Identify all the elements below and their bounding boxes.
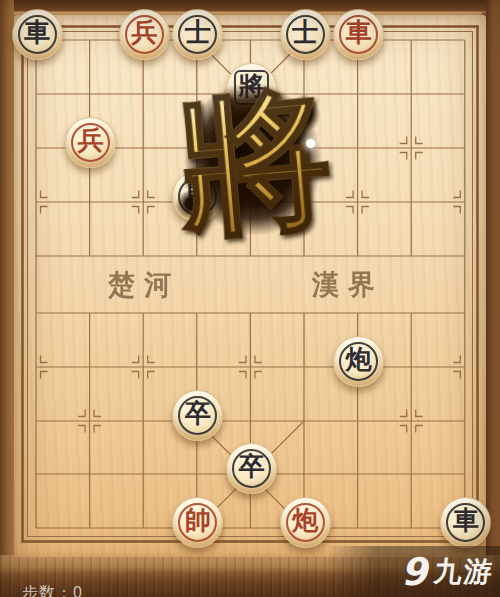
piece-black-卒[interactable]: 卒 <box>172 390 223 441</box>
watermark-label: 九游 <box>433 558 496 586</box>
piece-black-士[interactable]: 士 <box>280 9 331 60</box>
piece-character: 士 <box>292 20 318 46</box>
piece-character: 兵 <box>78 128 104 154</box>
river-label-han: 漢界 <box>312 268 384 303</box>
piece-character: 車 <box>453 508 479 534</box>
piece-red-車[interactable]: 車 <box>333 9 384 60</box>
piece-black-馬[interactable]: 馬 <box>172 171 223 222</box>
piece-black-車[interactable]: 車 <box>440 497 491 548</box>
piece-character: 士 <box>185 20 211 46</box>
piece-character: 車 <box>24 20 50 46</box>
piece-character: 卒 <box>185 401 211 427</box>
piece-character: 兵 <box>131 20 157 46</box>
piece-character: 炮 <box>292 508 318 534</box>
piece-black-卒[interactable]: 卒 <box>226 443 277 494</box>
piece-black-炮[interactable]: 炮 <box>333 336 384 387</box>
piece-red-兵[interactable]: 兵 <box>119 9 170 60</box>
piece-character: 卒 <box>238 454 264 480</box>
piece-red-炮[interactable]: 炮 <box>280 497 331 548</box>
piece-character: 車 <box>346 20 372 46</box>
step-counter-label: 步数：0 <box>22 583 83 597</box>
piece-red-兵[interactable]: 兵 <box>65 117 116 168</box>
piece-black-士[interactable]: 士 <box>172 9 223 60</box>
piece-character: 將 <box>238 74 264 100</box>
piece-red-帥[interactable]: 帥 <box>172 497 223 548</box>
nine-game-logo-icon: 9 <box>400 553 435 591</box>
piece-character: 馬 <box>185 182 211 208</box>
piece-character: 帥 <box>185 508 211 534</box>
watermark: 9 九游 <box>327 546 500 597</box>
piece-character: 炮 <box>346 347 372 373</box>
river-label-chu: 楚河 <box>108 268 180 303</box>
piece-black-將[interactable]: 將 <box>226 63 277 114</box>
piece-black-車[interactable]: 車 <box>12 9 63 60</box>
xiangqi-board[interactable]: 楚河 漢界 車兵士士車將兵馬炮卒卒帥炮車 將 步数：0 9 九游 <box>0 0 500 597</box>
